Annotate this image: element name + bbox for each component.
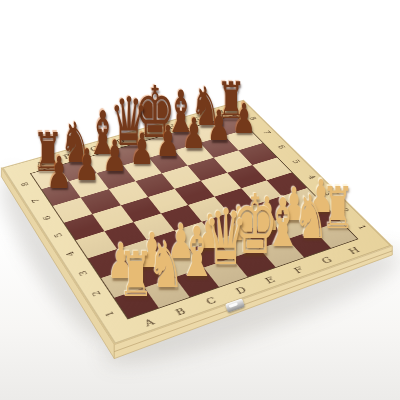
rank-label-left-5: 5 [41, 225, 78, 245]
rank-label-left-3: 3 [64, 262, 103, 284]
chess-set-photo: AABBCCDDEEFFGGHH8877665544332211 ♜♞♝♛♚♝♞… [0, 0, 400, 400]
rank-label-left-6: 6 [29, 208, 65, 228]
rank-label-left-1: 1 [90, 302, 130, 326]
rank-label-left-7: 7 [19, 191, 55, 210]
board-grid [30, 115, 359, 320]
rank-label-left-2: 2 [77, 281, 116, 304]
scene: AABBCCDDEEFFGGHH8877665544332211 [0, 0, 400, 400]
rank-label-left-8: 8 [8, 175, 43, 193]
rank-label-left-4: 4 [52, 243, 90, 264]
chess-board: AABBCCDDEEFFGGHH8877665544332211 [1, 100, 392, 345]
